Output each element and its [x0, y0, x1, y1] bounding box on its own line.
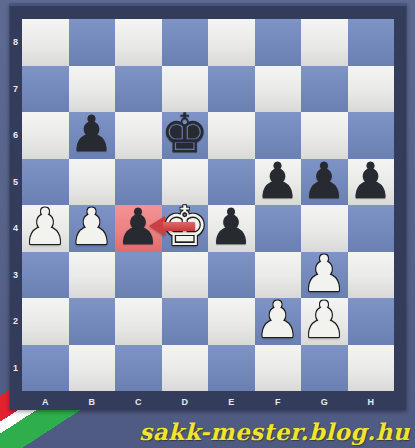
piece-black-pawn: ♟ — [255, 156, 300, 206]
square-e2 — [208, 298, 255, 345]
rank-label: 4 — [9, 205, 22, 252]
square-f7 — [255, 66, 302, 113]
piece-black-pawn: ♟ — [69, 109, 114, 159]
square-g1 — [301, 345, 348, 392]
square-d6: ♚ — [162, 112, 209, 159]
square-f1 — [255, 345, 302, 392]
square-b8 — [69, 19, 116, 66]
square-c7 — [115, 66, 162, 113]
square-d8 — [162, 19, 209, 66]
square-h5: ♟ — [348, 159, 395, 206]
piece-white-pawn: ♟ — [255, 295, 300, 345]
square-c6 — [115, 112, 162, 159]
file-label: A — [22, 393, 69, 411]
rank-label: 2 — [9, 298, 22, 345]
square-c8 — [115, 19, 162, 66]
square-h3 — [348, 252, 395, 299]
square-d3 — [162, 252, 209, 299]
piece-black-pawn: ♟ — [209, 202, 254, 252]
rank-label: 8 — [9, 19, 22, 66]
square-f5: ♟ — [255, 159, 302, 206]
square-e4: ♟ — [208, 205, 255, 252]
piece-black-pawn: ♟ — [348, 156, 393, 206]
square-b3 — [69, 252, 116, 299]
square-c3 — [115, 252, 162, 299]
file-label: G — [301, 393, 348, 411]
square-h7 — [348, 66, 395, 113]
rank-label: 7 — [9, 66, 22, 113]
file-label: D — [162, 393, 209, 411]
square-d2 — [162, 298, 209, 345]
square-a6 — [22, 112, 69, 159]
file-label: F — [255, 393, 302, 411]
square-a4: ♟ — [22, 205, 69, 252]
square-e8 — [208, 19, 255, 66]
square-h4 — [348, 205, 395, 252]
square-h2 — [348, 298, 395, 345]
square-f4 — [255, 205, 302, 252]
chess-board-frame: 87654321 ♟♚♟♟♟♟♟♟♚♟♟♟♟ ABCDEFGH — [9, 3, 407, 410]
move-arrow — [149, 216, 195, 237]
square-a1 — [22, 345, 69, 392]
chess-board: ♟♚♟♟♟♟♟♟♚♟♟♟♟ — [22, 19, 394, 391]
piece-white-pawn: ♟ — [302, 295, 347, 345]
square-g5: ♟ — [301, 159, 348, 206]
file-label: B — [69, 393, 116, 411]
move-arrow-shaft — [163, 222, 195, 231]
square-f2: ♟ — [255, 298, 302, 345]
piece-black-pawn: ♟ — [302, 156, 347, 206]
square-c2 — [115, 298, 162, 345]
file-label: H — [348, 393, 395, 411]
rank-label: 3 — [9, 252, 22, 299]
piece-white-pawn: ♟ — [23, 202, 68, 252]
rank-label: 5 — [9, 159, 22, 206]
square-f8 — [255, 19, 302, 66]
rank-label: 1 — [9, 345, 22, 392]
square-g8 — [301, 19, 348, 66]
square-b2 — [69, 298, 116, 345]
piece-black-king: ♚ — [161, 107, 209, 161]
square-g7 — [301, 66, 348, 113]
square-a2 — [22, 298, 69, 345]
square-b6: ♟ — [69, 112, 116, 159]
square-e7 — [208, 66, 255, 113]
piece-white-pawn: ♟ — [69, 202, 114, 252]
square-a8 — [22, 19, 69, 66]
square-a7 — [22, 66, 69, 113]
rank-labels: 87654321 — [9, 19, 22, 391]
chess-diagram: 87654321 ♟♚♟♟♟♟♟♟♚♟♟♟♟ ABCDEFGH sakk-mes… — [0, 0, 415, 448]
square-e1 — [208, 345, 255, 392]
file-labels: ABCDEFGH — [22, 393, 394, 411]
square-c1 — [115, 345, 162, 392]
square-b4: ♟ — [69, 205, 116, 252]
square-b1 — [69, 345, 116, 392]
square-e3 — [208, 252, 255, 299]
watermark-text: sakk-mester.blog.hu — [139, 418, 410, 445]
square-e6 — [208, 112, 255, 159]
square-d1 — [162, 345, 209, 392]
square-g2: ♟ — [301, 298, 348, 345]
file-label: C — [115, 393, 162, 411]
square-h1 — [348, 345, 395, 392]
square-a3 — [22, 252, 69, 299]
square-h8 — [348, 19, 395, 66]
rank-label: 6 — [9, 112, 22, 159]
file-label: E — [208, 393, 255, 411]
